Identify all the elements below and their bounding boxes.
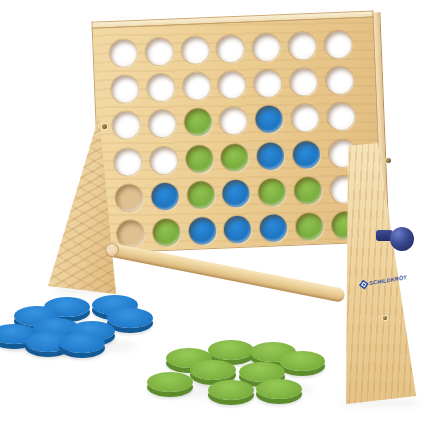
green-loose-disc[interactable] bbox=[208, 340, 254, 360]
board-cell-r5-c2[interactable] bbox=[147, 178, 184, 216]
board-cell-r3-c1[interactable] bbox=[108, 106, 145, 144]
board-cell-r1-c4[interactable] bbox=[212, 29, 249, 67]
empty-hole bbox=[220, 107, 248, 135]
brand-logo-text: SCHILDKRÖT bbox=[369, 274, 408, 286]
board-cell-r4-c3[interactable] bbox=[181, 140, 218, 178]
empty-hole bbox=[148, 110, 176, 138]
game-board bbox=[91, 10, 382, 253]
board-cell-r5-c3[interactable] bbox=[182, 176, 219, 214]
front-dowel-bar[interactable] bbox=[104, 242, 346, 303]
board-cell-r2-c5[interactable] bbox=[249, 64, 286, 102]
green-loose-disc[interactable] bbox=[256, 379, 302, 399]
release-knob[interactable] bbox=[390, 227, 414, 251]
board-cell-r3-c2[interactable] bbox=[144, 105, 181, 143]
board-cell-r4-c2[interactable] bbox=[145, 141, 182, 179]
blue-disc-in-board bbox=[188, 217, 216, 245]
empty-hole bbox=[252, 33, 280, 61]
board-cell-r4-c6[interactable] bbox=[288, 136, 325, 174]
blue-disc-in-board bbox=[222, 180, 250, 208]
brand-diamond-icon bbox=[359, 279, 369, 289]
board-cell-r6-c3[interactable] bbox=[184, 212, 221, 250]
empty-hole bbox=[327, 103, 355, 131]
empty-hole bbox=[325, 66, 353, 94]
empty-hole bbox=[147, 73, 175, 101]
blue-disc-in-board bbox=[260, 214, 288, 242]
board-cell-r2-c1[interactable] bbox=[106, 70, 143, 108]
board-grid bbox=[105, 25, 364, 253]
blue-disc-in-board bbox=[292, 140, 320, 168]
empty-hole bbox=[254, 69, 282, 97]
empty-hole bbox=[115, 184, 143, 212]
board-cell-r1-c2[interactable] bbox=[141, 32, 178, 70]
empty-hole bbox=[150, 146, 178, 174]
green-disc-in-board bbox=[258, 178, 286, 206]
board-cell-r2-c4[interactable] bbox=[214, 66, 251, 104]
empty-hole bbox=[181, 36, 209, 64]
green-loose-disc[interactable] bbox=[279, 351, 325, 371]
board-cell-r3-c4[interactable] bbox=[215, 102, 252, 140]
board-cell-r2-c7[interactable] bbox=[321, 61, 358, 99]
board-cell-r1-c5[interactable] bbox=[248, 28, 285, 66]
board-cell-r6-c4[interactable] bbox=[219, 211, 256, 249]
board-cell-r5-c4[interactable] bbox=[218, 175, 255, 213]
board-cell-r6-c2[interactable] bbox=[148, 214, 185, 252]
board-cell-r3-c6[interactable] bbox=[286, 99, 323, 137]
board-cell-r4-c5[interactable] bbox=[252, 137, 289, 175]
green-loose-disc[interactable] bbox=[190, 360, 236, 380]
green-disc-in-board bbox=[187, 181, 215, 209]
wooden-connect-four-scene: SCHILDKRÖT bbox=[0, 0, 425, 425]
green-disc-in-board bbox=[185, 145, 213, 173]
board-cell-r1-c1[interactable] bbox=[105, 34, 142, 72]
board-cell-r3-c5[interactable] bbox=[251, 101, 288, 139]
screw-right-support-bottom bbox=[383, 316, 387, 320]
empty-hole bbox=[114, 148, 142, 176]
board-cell-r1-c7[interactable] bbox=[319, 25, 356, 63]
empty-hole bbox=[112, 111, 140, 139]
board-cell-r2-c2[interactable] bbox=[142, 69, 179, 107]
empty-hole bbox=[145, 37, 173, 65]
screw-right-support-top bbox=[386, 158, 391, 163]
blue-disc-in-board bbox=[151, 182, 179, 210]
board-cell-r2-c3[interactable] bbox=[178, 67, 215, 105]
board-cell-r1-c3[interactable] bbox=[176, 31, 213, 69]
empty-hole bbox=[324, 30, 352, 58]
empty-hole bbox=[289, 68, 317, 96]
board-cell-r4-c4[interactable] bbox=[216, 138, 253, 176]
empty-hole bbox=[218, 71, 246, 99]
board-cell-r5-c6[interactable] bbox=[289, 172, 326, 210]
empty-hole bbox=[182, 72, 210, 100]
blue-loose-disc[interactable] bbox=[59, 333, 105, 353]
board-cell-r1-c6[interactable] bbox=[283, 27, 320, 65]
blue-disc-in-board bbox=[255, 105, 283, 133]
empty-hole bbox=[288, 31, 316, 59]
board-cell-r2-c6[interactable] bbox=[285, 63, 322, 101]
green-disc-in-board bbox=[295, 213, 323, 241]
green-loose-disc[interactable] bbox=[147, 372, 193, 392]
green-disc-in-board bbox=[294, 177, 322, 205]
blue-disc-in-board bbox=[257, 142, 285, 170]
board-cell-r6-c5[interactable] bbox=[255, 210, 292, 248]
blue-disc-in-board bbox=[224, 216, 252, 244]
blue-loose-disc[interactable] bbox=[107, 308, 153, 328]
green-disc-in-board bbox=[153, 219, 181, 247]
empty-hole bbox=[291, 104, 319, 132]
green-disc-in-board bbox=[221, 143, 249, 171]
board-cell-r5-c1[interactable] bbox=[111, 179, 148, 217]
board-cell-r4-c1[interactable] bbox=[109, 143, 146, 181]
green-loose-disc[interactable] bbox=[208, 380, 254, 400]
empty-hole bbox=[217, 34, 245, 62]
board-cell-r6-c6[interactable] bbox=[291, 208, 328, 246]
board-cell-r5-c5[interactable] bbox=[254, 173, 291, 211]
screw-left-support bbox=[102, 124, 107, 129]
empty-hole bbox=[110, 39, 138, 67]
empty-hole bbox=[111, 75, 139, 103]
green-disc-in-board bbox=[184, 108, 212, 136]
board-cell-r3-c7[interactable] bbox=[322, 98, 359, 136]
board-cell-r3-c3[interactable] bbox=[179, 104, 216, 142]
